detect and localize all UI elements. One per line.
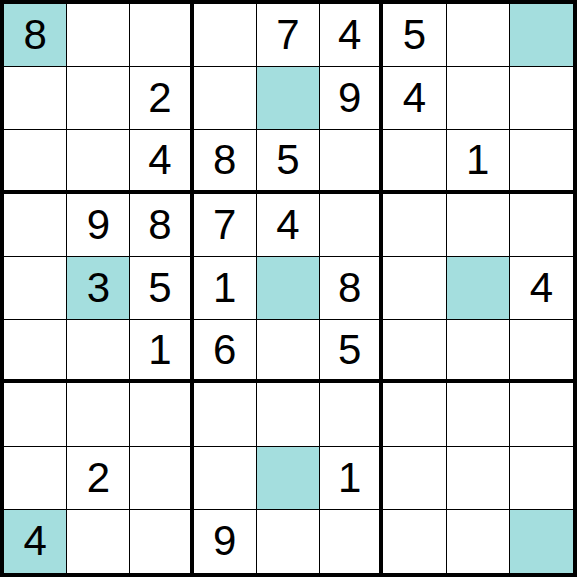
cell-r9c1[interactable]: 4	[4, 510, 67, 573]
cell-r4c7[interactable]	[383, 194, 446, 257]
cell-r6c7[interactable]	[383, 320, 446, 383]
cell-r9c7[interactable]	[383, 510, 446, 573]
cell-r8c7[interactable]	[383, 447, 446, 510]
cell-r6c3[interactable]: 1	[130, 320, 193, 383]
cell-r8c4[interactable]	[194, 447, 257, 510]
sudoku-board: 874529448519874351841652149	[0, 0, 577, 577]
cell-r8c2[interactable]: 2	[67, 447, 130, 510]
cell-r2c6[interactable]: 9	[320, 67, 383, 130]
cell-r3c9[interactable]	[510, 130, 573, 193]
cell-r1c5[interactable]: 7	[257, 4, 320, 67]
cell-r3c3[interactable]: 4	[130, 130, 193, 193]
cell-r5c8[interactable]	[447, 257, 510, 320]
cell-r4c2[interactable]: 9	[67, 194, 130, 257]
cell-r5c9[interactable]: 4	[510, 257, 573, 320]
cell-r1c8[interactable]	[447, 4, 510, 67]
cell-r7c7[interactable]	[383, 383, 446, 446]
cell-r7c6[interactable]	[320, 383, 383, 446]
cell-r2c1[interactable]	[4, 67, 67, 130]
cell-r3c2[interactable]	[67, 130, 130, 193]
cell-r8c1[interactable]	[4, 447, 67, 510]
cell-r8c8[interactable]	[447, 447, 510, 510]
cell-r6c6[interactable]: 5	[320, 320, 383, 383]
cell-r9c8[interactable]	[447, 510, 510, 573]
cell-r1c9[interactable]	[510, 4, 573, 67]
cell-r8c9[interactable]	[510, 447, 573, 510]
cell-r2c4[interactable]	[194, 67, 257, 130]
cell-r7c3[interactable]	[130, 383, 193, 446]
cell-r9c2[interactable]	[67, 510, 130, 573]
cell-r9c4[interactable]: 9	[194, 510, 257, 573]
cell-r2c8[interactable]	[447, 67, 510, 130]
cell-r4c1[interactable]	[4, 194, 67, 257]
cell-r7c8[interactable]	[447, 383, 510, 446]
cell-r9c5[interactable]	[257, 510, 320, 573]
cell-r1c2[interactable]	[67, 4, 130, 67]
cell-r8c3[interactable]	[130, 447, 193, 510]
cell-r5c5[interactable]	[257, 257, 320, 320]
cell-r1c7[interactable]: 5	[383, 4, 446, 67]
cell-r3c6[interactable]	[320, 130, 383, 193]
cell-r5c3[interactable]: 5	[130, 257, 193, 320]
cell-r4c3[interactable]: 8	[130, 194, 193, 257]
cell-r7c5[interactable]	[257, 383, 320, 446]
cell-r5c7[interactable]	[383, 257, 446, 320]
cell-r3c1[interactable]	[4, 130, 67, 193]
cell-r5c2[interactable]: 3	[67, 257, 130, 320]
cell-r3c5[interactable]: 5	[257, 130, 320, 193]
cell-r6c4[interactable]: 6	[194, 320, 257, 383]
cell-r2c7[interactable]: 4	[383, 67, 446, 130]
cell-r5c4[interactable]: 1	[194, 257, 257, 320]
cell-r9c9[interactable]	[510, 510, 573, 573]
cell-r7c1[interactable]	[4, 383, 67, 446]
cell-r8c6[interactable]: 1	[320, 447, 383, 510]
cell-r9c6[interactable]	[320, 510, 383, 573]
cell-r1c6[interactable]: 4	[320, 4, 383, 67]
cell-r6c8[interactable]	[447, 320, 510, 383]
cell-r4c5[interactable]: 4	[257, 194, 320, 257]
cell-r5c1[interactable]	[4, 257, 67, 320]
cell-r4c6[interactable]	[320, 194, 383, 257]
cell-r4c9[interactable]	[510, 194, 573, 257]
cell-r4c4[interactable]: 7	[194, 194, 257, 257]
cell-r7c9[interactable]	[510, 383, 573, 446]
cell-r2c5[interactable]	[257, 67, 320, 130]
cell-r6c5[interactable]	[257, 320, 320, 383]
cell-r9c3[interactable]	[130, 510, 193, 573]
cell-r1c3[interactable]	[130, 4, 193, 67]
cell-r7c4[interactable]	[194, 383, 257, 446]
cell-r6c1[interactable]	[4, 320, 67, 383]
cell-r7c2[interactable]	[67, 383, 130, 446]
cell-r5c6[interactable]: 8	[320, 257, 383, 320]
cell-r3c8[interactable]: 1	[447, 130, 510, 193]
cell-r3c4[interactable]: 8	[194, 130, 257, 193]
cell-r2c3[interactable]: 2	[130, 67, 193, 130]
cell-r1c1[interactable]: 8	[4, 4, 67, 67]
cell-r3c7[interactable]	[383, 130, 446, 193]
cell-r4c8[interactable]	[447, 194, 510, 257]
cell-r6c2[interactable]	[67, 320, 130, 383]
cell-r2c2[interactable]	[67, 67, 130, 130]
cell-r8c5[interactable]	[257, 447, 320, 510]
cell-r1c4[interactable]	[194, 4, 257, 67]
cell-r2c9[interactable]	[510, 67, 573, 130]
cell-r6c9[interactable]	[510, 320, 573, 383]
